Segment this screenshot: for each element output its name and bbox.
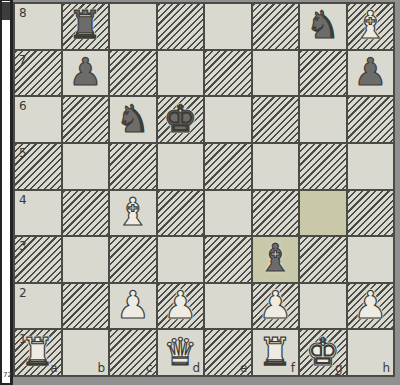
white-pawn-icon[interactable]: ♟: [353, 286, 387, 324]
square-g4[interactable]: [300, 191, 346, 236]
square-h4[interactable]: [348, 191, 394, 236]
rank-label-8: 8: [19, 7, 27, 19]
square-c2[interactable]: ♟: [110, 284, 156, 329]
square-e5[interactable]: [205, 144, 251, 189]
square-f6[interactable]: [253, 97, 299, 142]
square-g1[interactable]: g♚: [300, 330, 346, 375]
white-pawn-icon[interactable]: ♟: [163, 286, 197, 324]
square-a6[interactable]: 6: [15, 97, 61, 142]
square-a4[interactable]: 4: [15, 191, 61, 236]
black-knight-icon[interactable]: ♞: [306, 6, 340, 44]
square-a3[interactable]: 3: [15, 237, 61, 282]
white-pawn-icon[interactable]: ♟: [258, 286, 292, 324]
square-c4[interactable]: ♝: [110, 191, 156, 236]
square-a5[interactable]: 5: [15, 144, 61, 189]
square-c6[interactable]: ♞: [110, 97, 156, 142]
square-e7[interactable]: [205, 51, 251, 96]
square-h1[interactable]: h: [348, 330, 394, 375]
square-a2[interactable]: 2: [15, 284, 61, 329]
square-d5[interactable]: [158, 144, 204, 189]
scrollbar-count-label: 72: [3, 372, 12, 379]
square-b6[interactable]: [63, 97, 109, 142]
black-knight-icon[interactable]: ♞: [116, 100, 150, 138]
rank-label-4: 4: [19, 194, 27, 206]
square-e6[interactable]: [205, 97, 251, 142]
square-c1[interactable]: c: [110, 330, 156, 375]
white-rook-icon[interactable]: ♜: [258, 333, 292, 371]
black-rook-icon[interactable]: ♜: [68, 6, 102, 44]
black-king-icon[interactable]: ♚: [163, 100, 197, 138]
scrollbar-track[interactable]: [2, 1, 10, 383]
rank-label-3: 3: [19, 240, 27, 252]
window-scrollbar: 72: [0, 0, 13, 385]
scrollbar-thumb[interactable]: [2, 2, 10, 20]
rank-label-5: 5: [19, 147, 27, 159]
square-b4[interactable]: [63, 191, 109, 236]
square-f1[interactable]: f♜: [253, 330, 299, 375]
square-e8[interactable]: [205, 4, 251, 49]
square-d3[interactable]: [158, 237, 204, 282]
black-pawn-icon[interactable]: ♟: [68, 53, 102, 91]
square-c5[interactable]: [110, 144, 156, 189]
square-g6[interactable]: [300, 97, 346, 142]
black-bishop-icon[interactable]: ♝: [258, 239, 292, 277]
square-g3[interactable]: [300, 237, 346, 282]
square-b7[interactable]: ♟: [63, 51, 109, 96]
square-c3[interactable]: [110, 237, 156, 282]
square-f7[interactable]: [253, 51, 299, 96]
square-b5[interactable]: [63, 144, 109, 189]
rank-label-2: 2: [19, 287, 27, 299]
white-pawn-icon[interactable]: ♟: [116, 286, 150, 324]
file-label-e: e: [240, 362, 247, 374]
square-h2[interactable]: ♟: [348, 284, 394, 329]
square-c8[interactable]: [110, 4, 156, 49]
square-h7[interactable]: ♟: [348, 51, 394, 96]
chess-board: 8♜♞♝7♟♟6♞♚54♝3♝2♟♟♟♟1a♜bcd♛ef♜g♚h: [13, 2, 395, 377]
rank-label-6: 6: [19, 100, 27, 112]
square-a8[interactable]: 8: [15, 4, 61, 49]
square-a1[interactable]: 1a♜: [15, 330, 61, 375]
square-g2[interactable]: [300, 284, 346, 329]
square-d8[interactable]: [158, 4, 204, 49]
square-b8[interactable]: ♜: [63, 4, 109, 49]
square-e2[interactable]: [205, 284, 251, 329]
square-d7[interactable]: [158, 51, 204, 96]
white-king-icon[interactable]: ♚: [306, 333, 340, 371]
white-bishop-icon[interactable]: ♝: [353, 6, 387, 44]
square-c7[interactable]: [110, 51, 156, 96]
square-b2[interactable]: [63, 284, 109, 329]
white-queen-icon[interactable]: ♛: [163, 333, 197, 371]
white-rook-icon[interactable]: ♜: [21, 333, 55, 371]
black-pawn-icon[interactable]: ♟: [353, 53, 387, 91]
square-f3[interactable]: ♝: [253, 237, 299, 282]
square-g8[interactable]: ♞: [300, 4, 346, 49]
square-b1[interactable]: b: [63, 330, 109, 375]
file-label-b: b: [97, 362, 105, 374]
square-e3[interactable]: [205, 237, 251, 282]
square-d1[interactable]: d♛: [158, 330, 204, 375]
square-g5[interactable]: [300, 144, 346, 189]
square-f8[interactable]: [253, 4, 299, 49]
square-f2[interactable]: ♟: [253, 284, 299, 329]
square-g7[interactable]: [300, 51, 346, 96]
square-d4[interactable]: [158, 191, 204, 236]
rank-label-7: 7: [19, 54, 27, 66]
file-label-h: h: [382, 362, 390, 374]
square-h5[interactable]: [348, 144, 394, 189]
square-a7[interactable]: 7: [15, 51, 61, 96]
square-f4[interactable]: [253, 191, 299, 236]
square-d2[interactable]: ♟: [158, 284, 204, 329]
file-label-c: c: [146, 362, 153, 374]
square-b3[interactable]: [63, 237, 109, 282]
square-h3[interactable]: [348, 237, 394, 282]
square-h6[interactable]: [348, 97, 394, 142]
square-h8[interactable]: ♝: [348, 4, 394, 49]
square-f5[interactable]: [253, 144, 299, 189]
white-bishop-icon[interactable]: ♝: [116, 193, 150, 231]
square-d6[interactable]: ♚: [158, 97, 204, 142]
square-e1[interactable]: e: [205, 330, 251, 375]
square-e4[interactable]: [205, 191, 251, 236]
